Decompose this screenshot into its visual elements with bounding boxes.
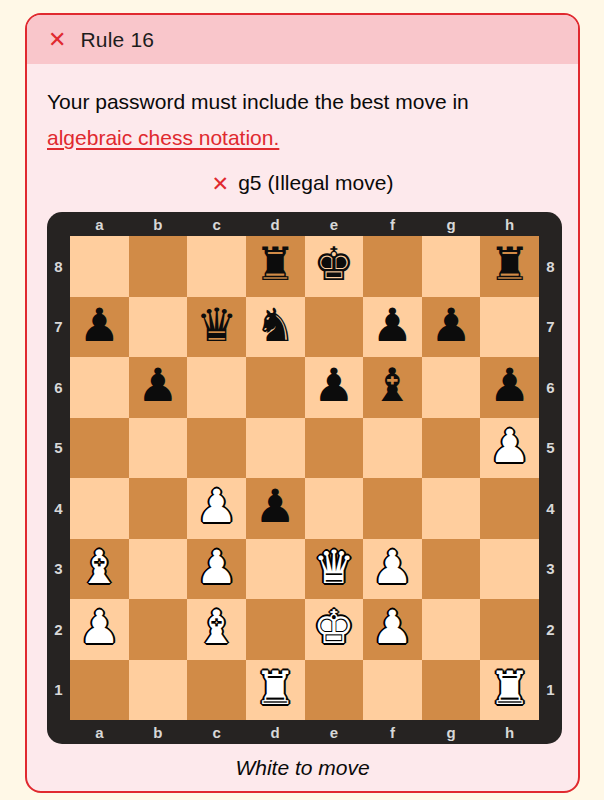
white-king: ♚	[313, 604, 354, 650]
rule-title: Rule 16	[80, 28, 154, 52]
file-label-h: h	[480, 212, 539, 236]
square-a4	[70, 478, 129, 539]
white-pawn: ♟	[372, 604, 413, 650]
square-f7: ♟	[363, 297, 422, 358]
square-c3: ♟	[187, 539, 246, 600]
square-h7	[480, 297, 539, 358]
square-e6: ♟	[305, 357, 364, 418]
square-d1: ♜	[246, 660, 305, 721]
file-label-g: g	[422, 720, 481, 744]
file-label-b: b	[129, 720, 188, 744]
square-f3: ♟	[363, 539, 422, 600]
square-a6	[70, 357, 129, 418]
side-to-move-caption: White to move	[47, 756, 558, 780]
file-label-f: f	[363, 720, 422, 744]
square-a5	[70, 418, 129, 479]
rank-label-3: 3	[539, 539, 562, 600]
square-d4: ♟	[246, 478, 305, 539]
rule-description: Your password must include the best move…	[47, 84, 558, 156]
rank-label-1: 1	[539, 660, 562, 721]
square-h4	[480, 478, 539, 539]
black-knight: ♞	[255, 302, 296, 348]
rank-label-5: 5	[539, 418, 562, 479]
square-a8	[70, 236, 129, 297]
white-bishop: ♝	[79, 544, 120, 590]
square-h8: ♜	[480, 236, 539, 297]
rank-label-7: 7	[47, 297, 70, 358]
rank-label-1: 1	[47, 660, 70, 721]
square-b3	[129, 539, 188, 600]
rank-labels-right: 87654321	[539, 236, 562, 720]
file-labels-top: abcdefgh	[70, 212, 539, 236]
black-bishop: ♝	[372, 362, 413, 408]
rank-label-3: 3	[47, 539, 70, 600]
square-g2	[422, 599, 481, 660]
square-e8: ♚	[305, 236, 364, 297]
square-g3	[422, 539, 481, 600]
rule-card: ✕ Rule 16 Your password must include the…	[25, 13, 580, 793]
rank-labels-left: 87654321	[47, 236, 70, 720]
error-text: g5 (Illegal move)	[238, 171, 393, 195]
square-a3: ♝	[70, 539, 129, 600]
white-rook: ♜	[255, 665, 296, 711]
algebraic-notation-link[interactable]: algebraic chess notation.	[47, 126, 279, 149]
black-rook: ♜	[255, 241, 296, 287]
file-label-b: b	[129, 212, 188, 236]
square-c8	[187, 236, 246, 297]
white-pawn: ♟	[79, 604, 120, 650]
square-c5	[187, 418, 246, 479]
square-d8: ♜	[246, 236, 305, 297]
square-a2: ♟	[70, 599, 129, 660]
white-pawn: ♟	[196, 544, 237, 590]
file-label-c: c	[187, 720, 246, 744]
square-b7	[129, 297, 188, 358]
square-g7: ♟	[422, 297, 481, 358]
square-b8	[129, 236, 188, 297]
black-pawn: ♟	[255, 483, 296, 529]
square-e7	[305, 297, 364, 358]
square-f4	[363, 478, 422, 539]
rank-label-8: 8	[47, 236, 70, 297]
square-h1: ♜	[480, 660, 539, 721]
square-d6	[246, 357, 305, 418]
rank-label-2: 2	[47, 599, 70, 660]
rank-label-5: 5	[47, 418, 70, 479]
square-b2	[129, 599, 188, 660]
square-e2: ♚	[305, 599, 364, 660]
black-pawn: ♟	[137, 362, 178, 408]
square-d5	[246, 418, 305, 479]
square-e1	[305, 660, 364, 721]
file-label-d: d	[246, 212, 305, 236]
white-pawn: ♟	[372, 544, 413, 590]
square-b5	[129, 418, 188, 479]
square-a7: ♟	[70, 297, 129, 358]
square-c4: ♟	[187, 478, 246, 539]
chess-board: abcdefgh 87654321 ♜♚♜♟♛♞♟♟♟♟♝♟♟♟♟♝♟♛♟♟♝♚…	[47, 212, 562, 744]
square-h5: ♟	[480, 418, 539, 479]
square-f6: ♝	[363, 357, 422, 418]
file-label-d: d	[246, 720, 305, 744]
white-rook: ♜	[489, 665, 530, 711]
square-e5	[305, 418, 364, 479]
square-b4	[129, 478, 188, 539]
file-label-g: g	[422, 212, 481, 236]
rank-label-6: 6	[47, 357, 70, 418]
black-queen: ♛	[196, 302, 237, 348]
rank-label-4: 4	[47, 478, 70, 539]
file-label-c: c	[187, 212, 246, 236]
square-b6: ♟	[129, 357, 188, 418]
white-pawn: ♟	[489, 423, 530, 469]
file-label-a: a	[70, 720, 129, 744]
square-e3: ♛	[305, 539, 364, 600]
file-label-f: f	[363, 212, 422, 236]
rule-description-text: Your password must include the best move…	[47, 90, 469, 113]
rank-label-7: 7	[539, 297, 562, 358]
white-bishop: ♝	[196, 604, 237, 650]
square-d3	[246, 539, 305, 600]
square-c2: ♝	[187, 599, 246, 660]
square-g4	[422, 478, 481, 539]
square-f1	[363, 660, 422, 721]
square-h3	[480, 539, 539, 600]
rule-card-header: ✕ Rule 16	[27, 15, 578, 64]
white-pawn: ♟	[196, 483, 237, 529]
rule-failed-icon: ✕	[48, 29, 66, 51]
square-c1	[187, 660, 246, 721]
black-pawn: ♟	[489, 362, 530, 408]
black-rook: ♜	[489, 241, 530, 287]
board-grid: ♜♚♜♟♛♞♟♟♟♟♝♟♟♟♟♝♟♛♟♟♝♚♟♜♜	[70, 236, 539, 720]
square-b1	[129, 660, 188, 721]
square-c7: ♛	[187, 297, 246, 358]
error-x-icon: ✕	[212, 173, 230, 194]
square-d2	[246, 599, 305, 660]
square-g5	[422, 418, 481, 479]
square-f5	[363, 418, 422, 479]
black-pawn: ♟	[313, 362, 354, 408]
square-h6: ♟	[480, 357, 539, 418]
file-label-h: h	[480, 720, 539, 744]
square-g6	[422, 357, 481, 418]
rank-label-8: 8	[539, 236, 562, 297]
square-e4	[305, 478, 364, 539]
square-f2: ♟	[363, 599, 422, 660]
square-c6	[187, 357, 246, 418]
black-king: ♚	[313, 241, 354, 287]
file-labels-bottom: abcdefgh	[70, 720, 539, 744]
white-queen: ♛	[313, 544, 354, 590]
file-label-e: e	[305, 720, 364, 744]
rank-label-6: 6	[539, 357, 562, 418]
square-d7: ♞	[246, 297, 305, 358]
file-label-e: e	[305, 212, 364, 236]
square-a1	[70, 660, 129, 721]
square-h2	[480, 599, 539, 660]
black-pawn: ♟	[430, 302, 471, 348]
black-pawn: ♟	[372, 302, 413, 348]
square-g8	[422, 236, 481, 297]
rank-label-4: 4	[539, 478, 562, 539]
square-f8	[363, 236, 422, 297]
rule-card-body: Your password must include the best move…	[27, 64, 578, 791]
error-row: ✕ g5 (Illegal move)	[47, 171, 558, 195]
file-label-a: a	[70, 212, 129, 236]
rank-label-2: 2	[539, 599, 562, 660]
square-g1	[422, 660, 481, 721]
black-pawn: ♟	[79, 302, 120, 348]
